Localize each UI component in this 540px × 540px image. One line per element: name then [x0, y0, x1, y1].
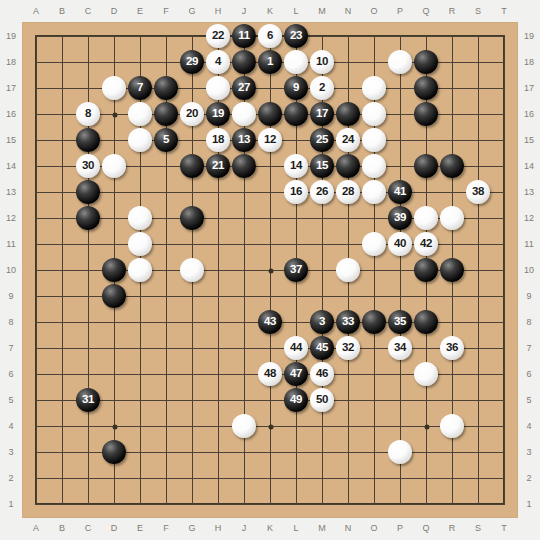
board-point-R18 — [439, 49, 465, 75]
row-label-3: 3 — [521, 439, 537, 465]
move-number: 15 — [316, 160, 328, 172]
col-label-B: B — [49, 3, 75, 19]
board-point-B2 — [49, 465, 75, 491]
board-point-R19 — [439, 23, 465, 49]
board-point-L8 — [283, 309, 309, 335]
board-point-N9 — [335, 283, 361, 309]
col-label-M: M — [309, 520, 335, 536]
board-point-L9 — [283, 283, 309, 309]
board-point-O5 — [361, 387, 387, 413]
col-label-L: L — [283, 3, 309, 19]
move-number: 12 — [264, 134, 276, 146]
board-point-H11 — [205, 231, 231, 257]
stone-black-O8 — [362, 310, 386, 334]
board-point-H10 — [205, 257, 231, 283]
board-point-H13 — [205, 179, 231, 205]
move-number: 29 — [186, 56, 198, 68]
stone-white-move-28: 28 — [336, 180, 360, 204]
stone-white-move-26: 26 — [310, 180, 334, 204]
stone-white-move-50: 50 — [310, 388, 334, 412]
stone-black-move-21: 21 — [206, 154, 230, 178]
board-point-T17 — [491, 75, 517, 101]
stone-white-Q12 — [414, 206, 438, 230]
board-point-G8 — [179, 309, 205, 335]
move-number: 10 — [316, 56, 328, 68]
board-point-H9 — [205, 283, 231, 309]
board-point-K14 — [257, 153, 283, 179]
board-point-B18 — [49, 49, 75, 75]
board-point-C17 — [75, 75, 101, 101]
stone-black-D10 — [102, 258, 126, 282]
col-label-P: P — [387, 3, 413, 19]
board-point-R11 — [439, 231, 465, 257]
board-point-O10 — [361, 257, 387, 283]
board-point-F5 — [153, 387, 179, 413]
board-point-O1 — [361, 491, 387, 517]
board-point-O12 — [361, 205, 387, 231]
board-point-H5 — [205, 387, 231, 413]
board-point-S2 — [465, 465, 491, 491]
board-point-B16 — [49, 101, 75, 127]
board-point-S5 — [465, 387, 491, 413]
move-number: 31 — [82, 394, 94, 406]
board-point-G3 — [179, 439, 205, 465]
board-point-K12 — [257, 205, 283, 231]
board-point-G15 — [179, 127, 205, 153]
move-number: 43 — [264, 316, 276, 328]
board-point-N2 — [335, 465, 361, 491]
board-point-G9 — [179, 283, 205, 309]
col-label-J: J — [231, 3, 257, 19]
board-point-T1 — [491, 491, 517, 517]
star-point-Q4 — [425, 425, 430, 430]
board-point-O7 — [361, 335, 387, 361]
stone-black-move-27: 27 — [232, 76, 256, 100]
board-point-S19 — [465, 23, 491, 49]
board-point-S17 — [465, 75, 491, 101]
board-point-D8 — [101, 309, 127, 335]
stone-black-move-49: 49 — [284, 388, 308, 412]
stone-white-move-30: 30 — [76, 154, 100, 178]
board-point-N1 — [335, 491, 361, 517]
col-label-A: A — [23, 520, 49, 536]
board-point-Q1 — [413, 491, 439, 517]
row-label-11: 11 — [521, 231, 537, 257]
board-point-P19 — [387, 23, 413, 49]
board-point-A9 — [23, 283, 49, 309]
board-point-L12 — [283, 205, 309, 231]
stone-black-move-1: 1 — [258, 50, 282, 74]
move-number: 23 — [290, 30, 302, 42]
stone-black-J18 — [232, 50, 256, 74]
row-label-9: 9 — [3, 283, 19, 309]
col-label-Q: Q — [413, 3, 439, 19]
board-point-H6 — [205, 361, 231, 387]
board-point-K11 — [257, 231, 283, 257]
board-point-R13 — [439, 179, 465, 205]
board-point-E1 — [127, 491, 153, 517]
col-label-E: E — [127, 3, 153, 19]
board-point-E13 — [127, 179, 153, 205]
row-label-15: 15 — [3, 127, 19, 153]
board-point-J2 — [231, 465, 257, 491]
star-point-D16 — [113, 113, 118, 118]
col-label-K: K — [257, 3, 283, 19]
board-point-Q7 — [413, 335, 439, 361]
board-point-B19 — [49, 23, 75, 49]
board-point-S4 — [465, 413, 491, 439]
row-label-15: 15 — [521, 127, 537, 153]
row-label-6: 6 — [3, 361, 19, 387]
board-point-J5 — [231, 387, 257, 413]
board-point-A6 — [23, 361, 49, 387]
board-point-L3 — [283, 439, 309, 465]
stone-white-move-38: 38 — [466, 180, 490, 204]
board-point-P10 — [387, 257, 413, 283]
col-label-O: O — [361, 3, 387, 19]
stone-black-move-15: 15 — [310, 154, 334, 178]
board-point-B11 — [49, 231, 75, 257]
move-number: 37 — [290, 264, 302, 276]
board-point-M9 — [309, 283, 335, 309]
board-point-F6 — [153, 361, 179, 387]
stone-white-move-44: 44 — [284, 336, 308, 360]
move-number: 21 — [212, 160, 224, 172]
row-label-9: 9 — [521, 283, 537, 309]
board-point-P4 — [387, 413, 413, 439]
board-point-P17 — [387, 75, 413, 101]
move-number: 24 — [342, 134, 354, 146]
board-point-E7 — [127, 335, 153, 361]
stone-white-E15 — [128, 128, 152, 152]
row-labels-left: 19181716151413121110987654321 — [3, 23, 19, 517]
board-point-G1 — [179, 491, 205, 517]
board-point-F9 — [153, 283, 179, 309]
board-point-C11 — [75, 231, 101, 257]
row-labels-right: 19181716151413121110987654321 — [521, 23, 537, 517]
board-point-A10 — [23, 257, 49, 283]
board-point-T8 — [491, 309, 517, 335]
board-point-D6 — [101, 361, 127, 387]
board-point-N3 — [335, 439, 361, 465]
move-number: 27 — [238, 82, 250, 94]
board-point-F13 — [153, 179, 179, 205]
stone-white-move-22: 22 — [206, 24, 230, 48]
stone-black-C15 — [76, 128, 100, 152]
row-label-10: 10 — [521, 257, 537, 283]
board-point-B9 — [49, 283, 75, 309]
row-label-7: 7 — [521, 335, 537, 361]
board-point-J7 — [231, 335, 257, 361]
col-label-F: F — [153, 520, 179, 536]
board-point-B7 — [49, 335, 75, 361]
stone-white-move-36: 36 — [440, 336, 464, 360]
board-point-E4 — [127, 413, 153, 439]
col-label-O: O — [361, 520, 387, 536]
board-point-B5 — [49, 387, 75, 413]
move-number: 11 — [238, 30, 250, 42]
stone-black-Q10 — [414, 258, 438, 282]
board-point-D2 — [101, 465, 127, 491]
board-point-F10 — [153, 257, 179, 283]
row-label-16: 16 — [521, 101, 537, 127]
board-point-C19 — [75, 23, 101, 49]
stone-black-K16 — [258, 102, 282, 126]
col-label-L: L — [283, 520, 309, 536]
board-point-N6 — [335, 361, 361, 387]
col-label-N: N — [335, 520, 361, 536]
board-point-N19 — [335, 23, 361, 49]
board-point-A7 — [23, 335, 49, 361]
move-number: 13 — [238, 134, 250, 146]
star-point-K10 — [269, 269, 274, 274]
col-label-M: M — [309, 3, 335, 19]
move-number: 34 — [394, 342, 406, 354]
row-label-13: 13 — [3, 179, 19, 205]
board-point-N11 — [335, 231, 361, 257]
board-point-G19 — [179, 23, 205, 49]
col-label-S: S — [465, 520, 491, 536]
stone-white-move-10: 10 — [310, 50, 334, 74]
board-point-M10 — [309, 257, 335, 283]
move-number: 2 — [319, 82, 325, 94]
row-label-17: 17 — [521, 75, 537, 101]
board-point-F1 — [153, 491, 179, 517]
board-point-K13 — [257, 179, 283, 205]
board-point-C10 — [75, 257, 101, 283]
board-point-J8 — [231, 309, 257, 335]
board-point-A16 — [23, 101, 49, 127]
stone-black-move-47: 47 — [284, 362, 308, 386]
board-point-F8 — [153, 309, 179, 335]
board-point-A18 — [23, 49, 49, 75]
board-point-T2 — [491, 465, 517, 491]
stone-black-C12 — [76, 206, 100, 230]
board-point-S12 — [465, 205, 491, 231]
board-point-G6 — [179, 361, 205, 387]
board-point-H7 — [205, 335, 231, 361]
stone-black-move-23: 23 — [284, 24, 308, 48]
row-label-10: 10 — [3, 257, 19, 283]
board-point-P9 — [387, 283, 413, 309]
stone-white-J16 — [232, 102, 256, 126]
board-point-Q9 — [413, 283, 439, 309]
row-label-19: 19 — [521, 23, 537, 49]
stone-white-D14 — [102, 154, 126, 178]
board-point-C4 — [75, 413, 101, 439]
board-point-O2 — [361, 465, 387, 491]
board-point-O9 — [361, 283, 387, 309]
stone-black-G14 — [180, 154, 204, 178]
move-number: 9 — [293, 82, 299, 94]
star-point-K4 — [269, 425, 274, 430]
board-point-R1 — [439, 491, 465, 517]
stone-black-D9 — [102, 284, 126, 308]
stone-white-move-32: 32 — [336, 336, 360, 360]
row-label-5: 5 — [521, 387, 537, 413]
board-point-J6 — [231, 361, 257, 387]
stone-black-move-17: 17 — [310, 102, 334, 126]
stone-black-move-5: 5 — [154, 128, 178, 152]
board-point-O19 — [361, 23, 387, 49]
row-label-8: 8 — [521, 309, 537, 335]
board-point-T14 — [491, 153, 517, 179]
row-label-14: 14 — [521, 153, 537, 179]
stone-black-G12 — [180, 206, 204, 230]
stone-white-E12 — [128, 206, 152, 230]
board-point-C3 — [75, 439, 101, 465]
board-point-D5 — [101, 387, 127, 413]
stone-white-move-16: 16 — [284, 180, 308, 204]
board-point-H3 — [205, 439, 231, 465]
board-point-Q19 — [413, 23, 439, 49]
board-point-F18 — [153, 49, 179, 75]
move-number: 22 — [212, 30, 224, 42]
stone-white-move-20: 20 — [180, 102, 204, 126]
board-point-P14 — [387, 153, 413, 179]
stone-white-move-24: 24 — [336, 128, 360, 152]
board-point-T10 — [491, 257, 517, 283]
board-point-F12 — [153, 205, 179, 231]
stone-black-D3 — [102, 440, 126, 464]
board-point-R16 — [439, 101, 465, 127]
board-point-R9 — [439, 283, 465, 309]
board-point-G7 — [179, 335, 205, 361]
move-number: 33 — [342, 316, 354, 328]
board-point-S11 — [465, 231, 491, 257]
stone-white-move-46: 46 — [310, 362, 334, 386]
stone-black-move-33: 33 — [336, 310, 360, 334]
row-label-14: 14 — [3, 153, 19, 179]
board-point-A8 — [23, 309, 49, 335]
board-point-J13 — [231, 179, 257, 205]
col-label-H: H — [205, 3, 231, 19]
move-number: 6 — [267, 30, 273, 42]
stone-black-move-19: 19 — [206, 102, 230, 126]
board-point-A15 — [23, 127, 49, 153]
board-point-S6 — [465, 361, 491, 387]
move-number: 46 — [316, 368, 328, 380]
board-point-M4 — [309, 413, 335, 439]
board-point-B17 — [49, 75, 75, 101]
move-number: 49 — [290, 394, 302, 406]
board-point-D12 — [101, 205, 127, 231]
board-point-T11 — [491, 231, 517, 257]
col-label-D: D — [101, 520, 127, 536]
move-number: 28 — [342, 186, 354, 198]
stone-white-move-18: 18 — [206, 128, 230, 152]
move-number: 32 — [342, 342, 354, 354]
move-number: 1 — [267, 56, 273, 68]
stone-black-move-29: 29 — [180, 50, 204, 74]
move-number: 26 — [316, 186, 328, 198]
stone-white-E10 — [128, 258, 152, 282]
stone-white-O17 — [362, 76, 386, 100]
stone-white-Q6 — [414, 362, 438, 386]
board-point-A2 — [23, 465, 49, 491]
move-number: 48 — [264, 368, 276, 380]
col-label-A: A — [23, 3, 49, 19]
stone-white-J4 — [232, 414, 256, 438]
row-label-2: 2 — [3, 465, 19, 491]
board-point-K2 — [257, 465, 283, 491]
board-grid: 2211623294110727928201917518131225243021… — [23, 23, 517, 517]
col-label-T: T — [491, 520, 517, 536]
board-point-S1 — [465, 491, 491, 517]
stone-black-N16 — [336, 102, 360, 126]
board-point-B15 — [49, 127, 75, 153]
board-point-P15 — [387, 127, 413, 153]
stone-white-N10 — [336, 258, 360, 282]
board-point-A12 — [23, 205, 49, 231]
board-point-F3 — [153, 439, 179, 465]
stone-black-Q16 — [414, 102, 438, 126]
board-point-T7 — [491, 335, 517, 361]
board-point-E6 — [127, 361, 153, 387]
stone-white-move-2: 2 — [310, 76, 334, 100]
board-point-M12 — [309, 205, 335, 231]
stone-black-Q14 — [414, 154, 438, 178]
go-kifu-diagram: ABCDEFGHJKLMNOPQRST ABCDEFGHJKLMNOPQRST … — [0, 0, 540, 540]
board-point-B10 — [49, 257, 75, 283]
board-point-F11 — [153, 231, 179, 257]
stone-black-J14 — [232, 154, 256, 178]
stone-black-move-3: 3 — [310, 310, 334, 334]
move-number: 42 — [420, 238, 432, 250]
move-number: 50 — [316, 394, 328, 406]
move-number: 30 — [82, 160, 94, 172]
board-point-B4 — [49, 413, 75, 439]
board-point-G5 — [179, 387, 205, 413]
board-point-G13 — [179, 179, 205, 205]
row-label-1: 1 — [521, 491, 537, 517]
board-point-A3 — [23, 439, 49, 465]
board-point-D7 — [101, 335, 127, 361]
board-point-C18 — [75, 49, 101, 75]
stone-white-O14 — [362, 154, 386, 178]
board-point-E8 — [127, 309, 153, 335]
board-point-Q5 — [413, 387, 439, 413]
stone-black-N14 — [336, 154, 360, 178]
stone-white-move-8: 8 — [76, 102, 100, 126]
board-point-E5 — [127, 387, 153, 413]
goban: 2211623294110727928201917518131225243021… — [22, 22, 518, 518]
row-label-19: 19 — [3, 23, 19, 49]
board-point-N17 — [335, 75, 361, 101]
move-number: 5 — [163, 134, 169, 146]
col-label-K: K — [257, 520, 283, 536]
board-point-P5 — [387, 387, 413, 413]
board-point-H1 — [205, 491, 231, 517]
stone-black-Q17 — [414, 76, 438, 100]
board-point-C6 — [75, 361, 101, 387]
col-label-D: D — [101, 3, 127, 19]
stone-black-move-7: 7 — [128, 76, 152, 100]
board-point-K3 — [257, 439, 283, 465]
board-point-E2 — [127, 465, 153, 491]
board-point-H8 — [205, 309, 231, 335]
board-point-R3 — [439, 439, 465, 465]
board-point-D19 — [101, 23, 127, 49]
board-point-A1 — [23, 491, 49, 517]
move-number: 47 — [290, 368, 302, 380]
board-point-K9 — [257, 283, 283, 309]
board-point-H4 — [205, 413, 231, 439]
move-number: 36 — [446, 342, 458, 354]
stone-black-F17 — [154, 76, 178, 100]
move-number: 3 — [319, 316, 325, 328]
col-label-B: B — [49, 520, 75, 536]
